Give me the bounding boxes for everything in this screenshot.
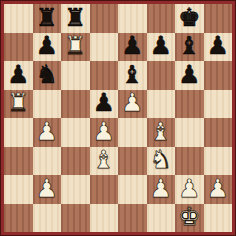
- square-f1[interactable]: [147, 204, 176, 233]
- white-knight[interactable]: ♞: [150, 147, 172, 172]
- square-f6[interactable]: [147, 61, 176, 90]
- square-e4[interactable]: [118, 118, 147, 147]
- square-b1[interactable]: [33, 204, 62, 233]
- square-e2[interactable]: [118, 175, 147, 204]
- square-b3[interactable]: [33, 147, 62, 176]
- square-e5[interactable]: ♟: [118, 90, 147, 119]
- square-e7[interactable]: ♟: [118, 33, 147, 62]
- square-g8[interactable]: ♚: [175, 4, 204, 33]
- square-a2[interactable]: [4, 175, 33, 204]
- square-h8[interactable]: [204, 4, 233, 33]
- black-rook[interactable]: ♜: [36, 5, 58, 30]
- square-a5[interactable]: ♜: [4, 90, 33, 119]
- square-d8[interactable]: [90, 4, 119, 33]
- square-e1[interactable]: [118, 204, 147, 233]
- square-c1[interactable]: [61, 204, 90, 233]
- square-h3[interactable]: [204, 147, 233, 176]
- white-rook[interactable]: ♜: [7, 90, 29, 115]
- white-pawn[interactable]: ♟: [150, 176, 172, 201]
- white-bishop[interactable]: ♝: [93, 147, 115, 172]
- square-c5[interactable]: [61, 90, 90, 119]
- square-c7[interactable]: ♜: [61, 33, 90, 62]
- square-d1[interactable]: [90, 204, 119, 233]
- square-g3[interactable]: [175, 147, 204, 176]
- square-a7[interactable]: [4, 33, 33, 62]
- square-h5[interactable]: [204, 90, 233, 119]
- square-h1[interactable]: [204, 204, 233, 233]
- square-b6[interactable]: ♞: [33, 61, 62, 90]
- square-g4[interactable]: [175, 118, 204, 147]
- square-f5[interactable]: [147, 90, 176, 119]
- square-c4[interactable]: [61, 118, 90, 147]
- square-d3[interactable]: ♝: [90, 147, 119, 176]
- square-f8[interactable]: [147, 4, 176, 33]
- white-pawn[interactable]: ♟: [36, 176, 58, 201]
- square-g7[interactable]: ♝: [175, 33, 204, 62]
- square-a1[interactable]: [4, 204, 33, 233]
- square-e6[interactable]: ♝: [118, 61, 147, 90]
- square-a4[interactable]: [4, 118, 33, 147]
- square-h4[interactable]: [204, 118, 233, 147]
- chess-board: ♜♜♚♟♜♟♟♝♟♟♞♝♟♜♟♟♟♟♝♝♞♟♟♟♟♚: [4, 4, 232, 232]
- black-king[interactable]: ♚: [178, 5, 200, 30]
- square-d6[interactable]: [90, 61, 119, 90]
- white-pawn[interactable]: ♟: [178, 176, 200, 201]
- square-d5[interactable]: ♟: [90, 90, 119, 119]
- white-king[interactable]: ♚: [178, 204, 200, 229]
- square-f2[interactable]: ♟: [147, 175, 176, 204]
- black-pawn[interactable]: ♟: [7, 62, 29, 87]
- white-rook[interactable]: ♜: [64, 33, 86, 58]
- square-a6[interactable]: ♟: [4, 61, 33, 90]
- black-pawn[interactable]: ♟: [36, 33, 58, 58]
- square-e8[interactable]: [118, 4, 147, 33]
- white-bishop[interactable]: ♝: [150, 119, 172, 144]
- white-pawn[interactable]: ♟: [93, 119, 115, 144]
- square-b5[interactable]: [33, 90, 62, 119]
- black-pawn[interactable]: ♟: [150, 33, 172, 58]
- black-bishop[interactable]: ♝: [121, 62, 143, 87]
- black-pawn[interactable]: ♟: [93, 90, 115, 115]
- square-c3[interactable]: [61, 147, 90, 176]
- square-h2[interactable]: ♟: [204, 175, 233, 204]
- black-bishop[interactable]: ♝: [178, 33, 200, 58]
- square-g6[interactable]: ♟: [175, 61, 204, 90]
- square-c8[interactable]: ♜: [61, 4, 90, 33]
- white-pawn[interactable]: ♟: [121, 90, 143, 115]
- black-rook[interactable]: ♜: [64, 5, 86, 30]
- white-pawn[interactable]: ♟: [36, 119, 58, 144]
- square-e3[interactable]: [118, 147, 147, 176]
- square-a3[interactable]: [4, 147, 33, 176]
- square-h7[interactable]: ♟: [204, 33, 233, 62]
- black-pawn[interactable]: ♟: [121, 33, 143, 58]
- square-b2[interactable]: ♟: [33, 175, 62, 204]
- square-f4[interactable]: ♝: [147, 118, 176, 147]
- board-frame: ♜♜♚♟♜♟♟♝♟♟♞♝♟♜♟♟♟♟♝♝♞♟♟♟♟♚: [0, 0, 236, 236]
- square-d4[interactable]: ♟: [90, 118, 119, 147]
- square-b8[interactable]: ♜: [33, 4, 62, 33]
- square-h6[interactable]: [204, 61, 233, 90]
- black-pawn[interactable]: ♟: [207, 33, 229, 58]
- square-a8[interactable]: [4, 4, 33, 33]
- square-f3[interactable]: ♞: [147, 147, 176, 176]
- square-d7[interactable]: [90, 33, 119, 62]
- square-g1[interactable]: ♚: [175, 204, 204, 233]
- square-c6[interactable]: [61, 61, 90, 90]
- black-knight[interactable]: ♞: [36, 62, 58, 87]
- black-pawn[interactable]: ♟: [178, 62, 200, 87]
- white-pawn[interactable]: ♟: [207, 176, 229, 201]
- square-c2[interactable]: [61, 175, 90, 204]
- square-b4[interactable]: ♟: [33, 118, 62, 147]
- square-g5[interactable]: [175, 90, 204, 119]
- square-d2[interactable]: [90, 175, 119, 204]
- square-f7[interactable]: ♟: [147, 33, 176, 62]
- square-g2[interactable]: ♟: [175, 175, 204, 204]
- square-b7[interactable]: ♟: [33, 33, 62, 62]
